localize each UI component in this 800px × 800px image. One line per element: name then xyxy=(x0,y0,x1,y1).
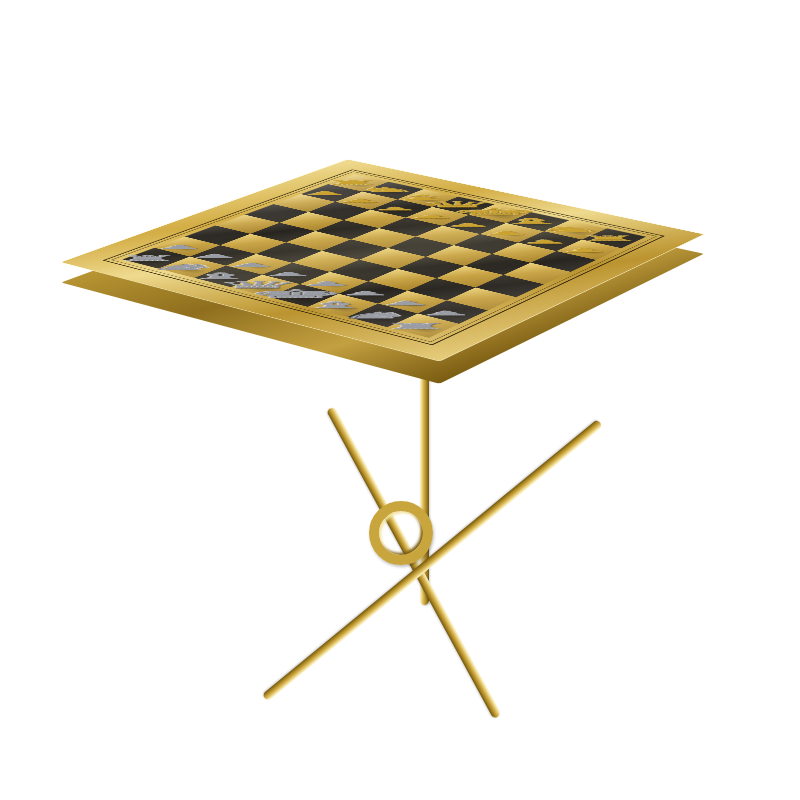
piece-gold-pawn-g7: ♟ xyxy=(518,239,571,244)
pawn-glyph: ♟ xyxy=(335,198,384,204)
piece-gold-pawn-d7: ♟ xyxy=(406,214,456,219)
chessboard: ♜♞♝♛♚♝♞♜♟♟♟♟♟♟♟♟♟♟♟♟♟♟♟♟♜♞♝♛♚♝♞♜ xyxy=(60,159,704,361)
pieces-layer: ♜♞♝♛♚♝♞♜♟♟♟♟♟♟♟♟♟♟♟♟♟♟♟♟♜♞♝♛♚♝♞♜ xyxy=(348,160,703,235)
piece-gold-bishop-f8: ♝ xyxy=(494,217,570,225)
rook-glyph: ♜ xyxy=(575,234,643,242)
piece-gold-rook-h8: ♜ xyxy=(575,235,642,242)
pawn-glyph: ♟ xyxy=(518,238,571,244)
pawn-glyph: ♟ xyxy=(480,230,532,236)
piece-gold-pawn-c7: ♟ xyxy=(370,206,420,211)
piece-gold-king-e8: ♚ xyxy=(446,207,542,217)
pawn-glyph: ♟ xyxy=(152,244,206,250)
pawn-glyph: ♟ xyxy=(406,214,456,220)
chess-table: ♜♞♝♛♚♝♞♜♟♟♟♟♟♟♟♟♟♟♟♟♟♟♟♟♜♞♝♛♚♝♞♜ xyxy=(158,18,618,478)
piece-gold-pawn-b7: ♟ xyxy=(335,198,384,203)
piece-gold-rook-a8: ♜ xyxy=(321,180,382,186)
piece-gold-pawn-e7: ♟ xyxy=(443,222,494,227)
piece-gold-pawn-a7: ♟ xyxy=(301,191,350,196)
piece-gold-knight-g8: ♞ xyxy=(533,226,607,233)
tripod-knot-ring xyxy=(369,501,433,565)
product-photo: ♜♞♝♛♚♝♞♜♟♟♟♟♟♟♟♟♟♟♟♟♟♟♟♟♜♞♝♛♚♝♞♜ xyxy=(0,0,800,800)
pawn-glyph: ♟ xyxy=(300,190,349,196)
pawn-glyph: ♟ xyxy=(443,222,494,228)
knight-glyph: ♞ xyxy=(533,225,607,234)
piece-silver-pawn-a2: ♟ xyxy=(152,244,205,250)
pawn-glyph: ♟ xyxy=(370,206,420,212)
piece-gold-pawn-f7: ♟ xyxy=(480,230,532,235)
